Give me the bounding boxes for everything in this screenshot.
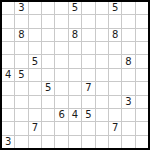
cell-r3c5[interactable] <box>55 29 67 41</box>
cell-r1c8[interactable] <box>96 2 108 14</box>
cell-r11c6[interactable] <box>69 136 81 148</box>
cell-r10c8[interactable] <box>96 122 108 134</box>
cell-r2c11[interactable] <box>136 15 148 27</box>
cell-r9c6-clue: 4 <box>69 109 81 121</box>
cell-r1c9-clue: 5 <box>109 2 121 14</box>
cell-r5c1[interactable] <box>2 55 14 67</box>
cell-r8c4[interactable] <box>42 96 54 108</box>
cell-r7c3[interactable] <box>29 82 41 94</box>
cell-r9c4[interactable] <box>42 109 54 121</box>
cell-r8c7[interactable] <box>82 96 94 108</box>
cell-r3c6-clue: 8 <box>69 29 81 41</box>
cell-r1c6-clue: 5 <box>69 2 81 14</box>
cell-r11c7[interactable] <box>82 136 94 148</box>
cell-r7c6[interactable] <box>69 82 81 94</box>
cell-r2c10[interactable] <box>122 15 134 27</box>
cell-r8c5[interactable] <box>55 96 67 108</box>
cell-r9c10[interactable] <box>122 109 134 121</box>
cell-r6c2-clue: 5 <box>15 69 27 81</box>
cell-r1c1[interactable] <box>2 2 14 14</box>
cell-r4c1[interactable] <box>2 42 14 54</box>
cell-r10c4[interactable] <box>42 122 54 134</box>
cell-r10c6[interactable] <box>69 122 81 134</box>
cell-r5c9[interactable] <box>109 55 121 67</box>
cell-r7c10[interactable] <box>122 82 134 94</box>
puzzle-board: 3558885845573645773 <box>0 0 150 150</box>
cell-r9c7-clue: 5 <box>82 109 94 121</box>
cell-r10c3-clue: 7 <box>29 122 41 134</box>
cell-r6c3[interactable] <box>29 69 41 81</box>
cell-r4c5[interactable] <box>55 42 67 54</box>
cell-r10c7[interactable] <box>82 122 94 134</box>
cell-r1c4[interactable] <box>42 2 54 14</box>
cell-r3c1[interactable] <box>2 29 14 41</box>
cell-r2c6[interactable] <box>69 15 81 27</box>
cell-r3c8[interactable] <box>96 29 108 41</box>
cell-r9c2[interactable] <box>15 109 27 121</box>
cell-r2c3[interactable] <box>29 15 41 27</box>
cell-r9c11[interactable] <box>136 109 148 121</box>
cell-r4c9[interactable] <box>109 42 121 54</box>
cell-r7c1[interactable] <box>2 82 14 94</box>
cell-r11c11[interactable] <box>136 136 148 148</box>
cell-r3c7[interactable] <box>82 29 94 41</box>
cell-r10c11[interactable] <box>136 122 148 134</box>
cell-r4c2[interactable] <box>15 42 27 54</box>
cell-r1c2-clue: 3 <box>15 2 27 14</box>
cell-r10c5[interactable] <box>55 122 67 134</box>
cell-r10c2[interactable] <box>15 122 27 134</box>
cell-r9c1[interactable] <box>2 109 14 121</box>
cell-r4c10[interactable] <box>122 42 134 54</box>
cell-r8c1[interactable] <box>2 96 14 108</box>
cell-r2c9[interactable] <box>109 15 121 27</box>
cell-r6c1-clue: 4 <box>2 69 14 81</box>
cell-r11c4[interactable] <box>42 136 54 148</box>
cell-r7c2[interactable] <box>15 82 27 94</box>
cell-r7c5[interactable] <box>55 82 67 94</box>
cell-r8c6[interactable] <box>69 96 81 108</box>
cell-r3c9-clue: 8 <box>109 29 121 41</box>
cell-r5c6[interactable] <box>69 55 81 67</box>
cell-r6c10[interactable] <box>122 69 134 81</box>
cell-r6c9[interactable] <box>109 69 121 81</box>
cell-r7c4-clue: 5 <box>42 82 54 94</box>
cell-r9c9[interactable] <box>109 109 121 121</box>
cell-r11c9[interactable] <box>109 136 121 148</box>
cell-r2c4[interactable] <box>42 15 54 27</box>
cell-r6c11[interactable] <box>136 69 148 81</box>
cell-r6c7[interactable] <box>82 69 94 81</box>
cell-r10c1[interactable] <box>2 122 14 134</box>
cell-r4c6[interactable] <box>69 42 81 54</box>
cell-r10c9-clue: 7 <box>109 122 121 134</box>
cell-r1c5[interactable] <box>55 2 67 14</box>
cell-r4c3[interactable] <box>29 42 41 54</box>
cell-r3c3[interactable] <box>29 29 41 41</box>
cell-r11c10[interactable] <box>122 136 134 148</box>
cell-r11c2[interactable] <box>15 136 27 148</box>
cell-r7c7-clue: 7 <box>82 82 94 94</box>
cell-r1c3[interactable] <box>29 2 41 14</box>
cell-r4c7[interactable] <box>82 42 94 54</box>
cell-r7c8[interactable] <box>96 82 108 94</box>
cell-r11c8[interactable] <box>96 136 108 148</box>
cell-r7c9[interactable] <box>109 82 121 94</box>
cell-r11c5[interactable] <box>55 136 67 148</box>
cell-r6c4[interactable] <box>42 69 54 81</box>
cell-r2c2[interactable] <box>15 15 27 27</box>
cell-r6c8[interactable] <box>96 69 108 81</box>
cell-r9c3[interactable] <box>29 109 41 121</box>
cell-r3c10[interactable] <box>122 29 134 41</box>
cell-r8c8[interactable] <box>96 96 108 108</box>
cell-r8c2[interactable] <box>15 96 27 108</box>
cell-r5c4[interactable] <box>42 55 54 67</box>
cell-r2c1[interactable] <box>2 15 14 27</box>
cell-r4c4[interactable] <box>42 42 54 54</box>
cell-r4c8[interactable] <box>96 42 108 54</box>
cell-r9c5-clue: 6 <box>55 109 67 121</box>
cell-r5c3-clue: 5 <box>29 55 41 67</box>
cell-r8c3[interactable] <box>29 96 41 108</box>
cell-r4c11[interactable] <box>136 42 148 54</box>
cell-r5c10-clue: 8 <box>122 55 134 67</box>
cell-r2c7[interactable] <box>82 15 94 27</box>
cell-r8c10-clue: 3 <box>122 96 134 108</box>
cell-r5c11[interactable] <box>136 55 148 67</box>
cell-r1c11[interactable] <box>136 2 148 14</box>
cell-r5c5[interactable] <box>55 55 67 67</box>
cell-r5c2[interactable] <box>15 55 27 67</box>
cell-r1c7[interactable] <box>82 2 94 14</box>
cell-r5c7[interactable] <box>82 55 94 67</box>
cell-r3c4[interactable] <box>42 29 54 41</box>
cell-r10c10[interactable] <box>122 122 134 134</box>
cell-r2c5[interactable] <box>55 15 67 27</box>
cell-r6c6[interactable] <box>69 69 81 81</box>
cell-r8c9[interactable] <box>109 96 121 108</box>
cell-r8c11[interactable] <box>136 96 148 108</box>
cell-r7c11[interactable] <box>136 82 148 94</box>
cell-r6c5[interactable] <box>55 69 67 81</box>
cell-r11c3[interactable] <box>29 136 41 148</box>
cell-r3c11[interactable] <box>136 29 148 41</box>
cell-r11c1-clue: 3 <box>2 136 14 148</box>
cell-r3c2-clue: 8 <box>15 29 27 41</box>
cell-r5c8[interactable] <box>96 55 108 67</box>
cell-r9c8[interactable] <box>96 109 108 121</box>
cell-r2c8[interactable] <box>96 15 108 27</box>
cell-r1c10[interactable] <box>122 2 134 14</box>
